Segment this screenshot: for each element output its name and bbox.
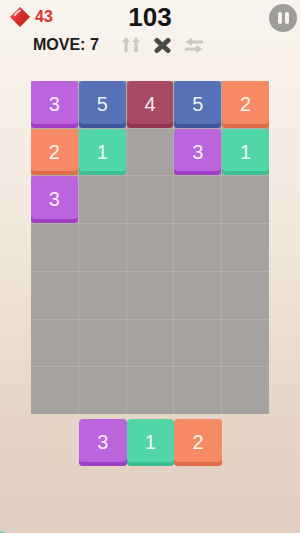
board-cell [222, 176, 269, 223]
tile-1[interactable]: 1 [222, 129, 269, 176]
board-cell [222, 367, 269, 414]
board-cell [31, 320, 78, 367]
board-cell: 1 [79, 129, 126, 176]
tile-3[interactable]: 3 [31, 176, 78, 223]
booster-bar [122, 36, 203, 54]
board-cell [222, 224, 269, 271]
board: 3545221313 [31, 81, 269, 414]
board-cell [31, 272, 78, 319]
tile-3[interactable]: 3 [31, 81, 78, 128]
swap-arrows-icon[interactable] [185, 38, 203, 53]
board-cell [127, 176, 174, 223]
tile-3[interactable]: 3 [79, 419, 127, 466]
board-cell [79, 367, 126, 414]
move-counter: MOVE: 7 [33, 36, 99, 54]
score: 103 [0, 2, 300, 33]
board-cell [174, 224, 221, 271]
board-cell [79, 272, 126, 319]
board-cell [127, 367, 174, 414]
board-cell: 3 [174, 129, 221, 176]
upgrade-arrows-icon[interactable] [122, 37, 140, 53]
tile-5[interactable]: 5 [174, 81, 221, 128]
tray-slot: 3 [79, 419, 127, 466]
tray-slot: 1 [127, 419, 175, 466]
board-cell [31, 224, 78, 271]
board-cell: 5 [174, 81, 221, 128]
board-cell [222, 320, 269, 367]
tile-1[interactable]: 1 [79, 129, 126, 176]
board-cell [174, 367, 221, 414]
game-screen: 43 103 MOVE: 7 [0, 0, 300, 533]
board-cell [79, 320, 126, 367]
board-cell [174, 320, 221, 367]
tile-3[interactable]: 3 [174, 129, 221, 176]
pause-button[interactable] [269, 4, 297, 32]
tray-slot: 2 [174, 419, 222, 466]
board-cell [79, 176, 126, 223]
board-cell: 4 [127, 81, 174, 128]
board-cell: 2 [31, 129, 78, 176]
board-cell: 3 [31, 81, 78, 128]
board-cell: 3 [31, 176, 78, 223]
tile-2[interactable]: 2 [222, 81, 269, 128]
board-cell: 1 [222, 129, 269, 176]
board-cell: 5 [79, 81, 126, 128]
board-cell [79, 224, 126, 271]
tile-5[interactable]: 5 [79, 81, 126, 128]
board-cell [127, 129, 174, 176]
board-cell [174, 176, 221, 223]
board-cell [174, 272, 221, 319]
board-cell [222, 272, 269, 319]
board-cell: 2 [222, 81, 269, 128]
tile-2[interactable]: 2 [174, 419, 222, 466]
board-cell [31, 367, 78, 414]
board-cell [127, 272, 174, 319]
board-cell [127, 224, 174, 271]
tile-4[interactable]: 4 [127, 81, 174, 128]
crossed-tools-icon[interactable] [153, 37, 172, 54]
tile-1[interactable]: 1 [127, 419, 175, 466]
incoming-tile-tray: 312 [79, 419, 222, 466]
hud: 43 103 MOVE: 7 [0, 0, 300, 62]
board-cell [127, 320, 174, 367]
tile-2[interactable]: 2 [31, 129, 78, 176]
pause-icon [278, 12, 282, 24]
